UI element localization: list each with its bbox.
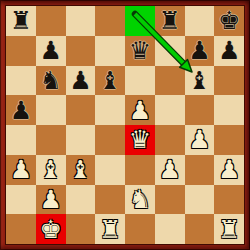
square-e7[interactable]: ♛ — [125, 36, 155, 66]
piece-white-bishop[interactable]: ♝ — [69, 157, 91, 182]
square-h8[interactable]: ♚ — [214, 6, 244, 36]
square-g8[interactable] — [185, 6, 215, 36]
piece-black-rook[interactable]: ♜ — [10, 8, 32, 33]
square-a5[interactable]: ♟ — [6, 95, 36, 125]
square-a8[interactable]: ♜ — [6, 6, 36, 36]
piece-black-rook[interactable]: ♜ — [158, 8, 180, 33]
square-d7[interactable] — [95, 36, 125, 66]
piece-black-queen[interactable]: ♛ — [129, 38, 151, 63]
piece-white-rook[interactable]: ♜ — [99, 217, 121, 242]
square-b6[interactable]: ♞ — [36, 66, 66, 96]
square-b3[interactable]: ♝ — [36, 155, 66, 185]
square-h6[interactable] — [214, 66, 244, 96]
piece-white-pawn[interactable]: ♟ — [10, 157, 32, 182]
square-e6[interactable] — [125, 66, 155, 96]
square-c2[interactable] — [66, 185, 96, 215]
piece-white-rook[interactable]: ♜ — [218, 217, 240, 242]
piece-black-knight[interactable]: ♞ — [39, 68, 61, 93]
square-h5[interactable] — [214, 95, 244, 125]
square-a7[interactable] — [6, 36, 36, 66]
square-h7[interactable]: ♟ — [214, 36, 244, 66]
piece-black-pawn[interactable]: ♟ — [188, 38, 210, 63]
square-h2[interactable] — [214, 185, 244, 215]
square-e4[interactable]: ♛ — [125, 125, 155, 155]
square-d4[interactable] — [95, 125, 125, 155]
square-h1[interactable]: ♜ — [214, 214, 244, 244]
piece-white-pawn[interactable]: ♟ — [39, 187, 61, 212]
square-h3[interactable]: ♟ — [214, 155, 244, 185]
square-g2[interactable] — [185, 185, 215, 215]
piece-white-pawn[interactable]: ♟ — [158, 157, 180, 182]
square-f3[interactable]: ♟ — [155, 155, 185, 185]
square-b4[interactable] — [36, 125, 66, 155]
square-d6[interactable]: ♝ — [95, 66, 125, 96]
square-h4[interactable] — [214, 125, 244, 155]
square-e1[interactable] — [125, 214, 155, 244]
square-a4[interactable] — [6, 125, 36, 155]
piece-black-bishop[interactable]: ♝ — [188, 68, 210, 93]
square-f4[interactable] — [155, 125, 185, 155]
square-e3[interactable] — [125, 155, 155, 185]
square-d8[interactable] — [95, 6, 125, 36]
square-d1[interactable]: ♜ — [95, 214, 125, 244]
square-b1[interactable]: ♚ — [36, 214, 66, 244]
square-d5[interactable] — [95, 95, 125, 125]
square-f7[interactable] — [155, 36, 185, 66]
square-g4[interactable]: ♟ — [185, 125, 215, 155]
square-f1[interactable] — [155, 214, 185, 244]
square-e2[interactable]: ♞ — [125, 185, 155, 215]
piece-black-king[interactable]: ♚ — [218, 8, 240, 33]
square-a6[interactable] — [6, 66, 36, 96]
square-a2[interactable] — [6, 185, 36, 215]
square-b7[interactable]: ♟ — [36, 36, 66, 66]
piece-white-pawn[interactable]: ♟ — [188, 127, 210, 152]
square-f2[interactable] — [155, 185, 185, 215]
square-c1[interactable] — [66, 214, 96, 244]
square-g3[interactable] — [185, 155, 215, 185]
square-c5[interactable] — [66, 95, 96, 125]
piece-white-king[interactable]: ♚ — [39, 217, 61, 242]
piece-black-pawn[interactable]: ♟ — [10, 98, 32, 123]
piece-white-pawn[interactable]: ♟ — [218, 157, 240, 182]
square-d3[interactable] — [95, 155, 125, 185]
piece-white-queen[interactable]: ♛ — [129, 127, 151, 152]
square-e8[interactable] — [125, 6, 155, 36]
square-a3[interactable]: ♟ — [6, 155, 36, 185]
square-f6[interactable] — [155, 66, 185, 96]
piece-black-pawn[interactable]: ♟ — [69, 68, 91, 93]
chess-board-grid: ♜♜♚♟♛♟♟♞♟♝♝♟♟♛♟♟♝♝♟♟♟♞♚♜♜ — [6, 6, 244, 244]
piece-white-pawn[interactable]: ♟ — [129, 98, 151, 123]
square-d2[interactable] — [95, 185, 125, 215]
chess-board: ♜♜♚♟♛♟♟♞♟♝♝♟♟♛♟♟♝♝♟♟♟♞♚♜♜ — [0, 0, 250, 250]
piece-white-knight[interactable]: ♞ — [129, 187, 151, 212]
square-g6[interactable]: ♝ — [185, 66, 215, 96]
square-c8[interactable] — [66, 6, 96, 36]
square-c3[interactable]: ♝ — [66, 155, 96, 185]
square-e5[interactable]: ♟ — [125, 95, 155, 125]
square-g1[interactable] — [185, 214, 215, 244]
square-b5[interactable] — [36, 95, 66, 125]
square-f8[interactable]: ♜ — [155, 6, 185, 36]
square-c6[interactable]: ♟ — [66, 66, 96, 96]
piece-black-pawn[interactable]: ♟ — [39, 38, 61, 63]
square-f5[interactable] — [155, 95, 185, 125]
piece-black-bishop[interactable]: ♝ — [99, 68, 121, 93]
square-g5[interactable] — [185, 95, 215, 125]
square-c4[interactable] — [66, 125, 96, 155]
square-c7[interactable] — [66, 36, 96, 66]
square-b2[interactable]: ♟ — [36, 185, 66, 215]
square-b8[interactable] — [36, 6, 66, 36]
piece-black-pawn[interactable]: ♟ — [218, 38, 240, 63]
square-a1[interactable] — [6, 214, 36, 244]
square-g7[interactable]: ♟ — [185, 36, 215, 66]
piece-white-bishop[interactable]: ♝ — [39, 157, 61, 182]
